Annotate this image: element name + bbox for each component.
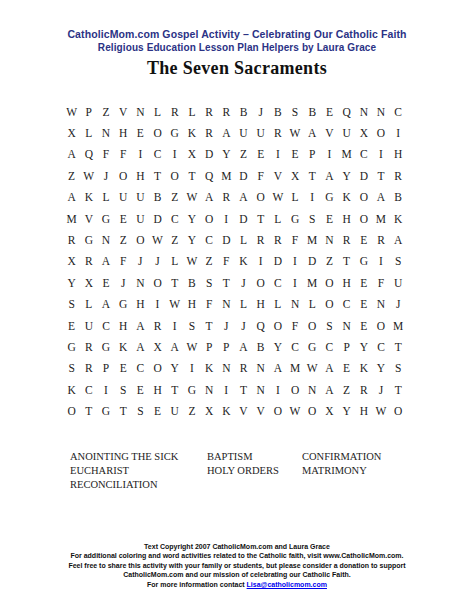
grid-cell-r7c8: Y (183, 229, 200, 250)
grid-cell-r6c5: U (132, 208, 149, 229)
grid-cell-r14c16: A (321, 379, 338, 400)
grid-cell-r11c6: R (149, 315, 166, 336)
grid-cell-r14c1: K (63, 379, 80, 400)
grid-cell-r7c20: A (390, 229, 407, 250)
grid-cell-r12c13: Y (269, 336, 286, 357)
grid-cell-r13c3: P (97, 358, 114, 379)
grid-cell-r15c4: T (115, 400, 132, 421)
grid-cell-r6c14: G (286, 208, 303, 229)
grid-cell-r4c4: O (115, 165, 132, 186)
footer-contact-text: For more information contact (147, 581, 247, 588)
grid-cell-r3c5: I (132, 144, 149, 165)
grid-cell-r7c6: W (149, 229, 166, 250)
grid-cell-r8c15: D (304, 251, 321, 272)
grid-cell-r13c6: O (149, 358, 166, 379)
grid-cell-r4c15: T (304, 165, 321, 186)
grid-cell-r11c12: Q (252, 315, 269, 336)
grid-cell-r1c9: R (201, 101, 218, 122)
footer-line-4: CatholicMom.com and our mission of celeb… (0, 570, 474, 579)
grid-cell-r13c1: S (63, 358, 80, 379)
word-list-column-1: ANOINTING THE SICKEUCHARISTRECONCILIATIO… (70, 450, 178, 493)
grid-cell-r9c9: S (201, 272, 218, 293)
grid-cell-r8c11: K (235, 251, 252, 272)
grid-cell-r5c8: W (183, 187, 200, 208)
grid-cell-r5c4: U (115, 187, 132, 208)
grid-cell-r6c18: O (355, 208, 372, 229)
grid-cell-r1c14: S (286, 101, 303, 122)
grid-cell-r15c18: H (355, 400, 372, 421)
grid-cell-r12c16: C (321, 336, 338, 357)
grid-cell-r10c18: E (355, 294, 372, 315)
grid-cell-r4c18: D (355, 165, 372, 186)
footer-line-2: For additional coloring and word activit… (0, 551, 474, 560)
grid-cell-r3c12: E (252, 144, 269, 165)
grid-cell-r13c7: Y (166, 358, 183, 379)
grid-cell-r15c20: O (390, 400, 407, 421)
grid-cell-r1c16: E (321, 101, 338, 122)
grid-cell-r4c7: O (166, 165, 183, 186)
grid-cell-r1c3: Z (97, 101, 114, 122)
grid-cell-r15c3: G (97, 400, 114, 421)
grid-cell-r11c17: N (338, 315, 355, 336)
grid-cell-r14c18: R (355, 379, 372, 400)
grid-cell-r4c13: V (269, 165, 286, 186)
grid-cell-r15c5: S (132, 400, 149, 421)
grid-cell-r12c6: X (149, 336, 166, 357)
grid-cell-r1c2: P (80, 101, 97, 122)
word-list-column-2: BAPTISMHOLY ORDERS (207, 450, 279, 478)
grid-cell-r6c15: S (304, 208, 321, 229)
grid-cell-r1c8: L (183, 101, 200, 122)
grid-cell-r11c8: S (183, 315, 200, 336)
grid-cell-r14c7: T (166, 379, 183, 400)
grid-cell-r8c20: S (390, 251, 407, 272)
grid-cell-r13c17: E (338, 358, 355, 379)
grid-cell-r12c7: A (166, 336, 183, 357)
grid-cell-r2c2: L (80, 122, 97, 143)
grid-cell-r2c19: O (372, 122, 389, 143)
word-list-item: MATRIMONY (302, 464, 381, 478)
grid-cell-r13c19: Y (372, 358, 389, 379)
grid-cell-r11c20: M (390, 315, 407, 336)
grid-cell-r10c8: H (183, 294, 200, 315)
grid-cell-r1c11: B (235, 101, 252, 122)
grid-cell-r6c20: K (390, 208, 407, 229)
grid-cell-r7c9: C (201, 229, 218, 250)
grid-cell-r4c2: W (80, 165, 97, 186)
grid-cell-r1c10: R (218, 101, 235, 122)
grid-cell-r6c6: D (149, 208, 166, 229)
grid-cell-r6c10: I (218, 208, 235, 229)
grid-cell-r10c4: G (115, 294, 132, 315)
grid-cell-r3c6: C (149, 144, 166, 165)
grid-cell-r15c15: O (304, 400, 321, 421)
grid-cell-r9c1: Y (63, 272, 80, 293)
header-line-2: Religious Education Lesson Plan Helpers … (0, 41, 474, 54)
grid-cell-r15c16: X (321, 400, 338, 421)
grid-cell-r3c14: E (286, 144, 303, 165)
grid-cell-r9c7: T (166, 272, 183, 293)
grid-cell-r3c18: C (355, 144, 372, 165)
grid-cell-r9c5: N (132, 272, 149, 293)
grid-cell-r13c2: R (80, 358, 97, 379)
grid-cell-r9c8: B (183, 272, 200, 293)
grid-cell-r14c5: E (132, 379, 149, 400)
grid-cell-r7c2: G (80, 229, 97, 250)
wordsearch-grid: WPZVNLRLRRBJBSBEQNNCXLNHEOGKRAUURWAVUXOI… (63, 101, 407, 422)
grid-cell-r15c7: U (166, 400, 183, 421)
grid-cell-r14c3: I (97, 379, 114, 400)
grid-cell-r15c8: Z (183, 400, 200, 421)
grid-cell-r11c11: J (235, 315, 252, 336)
grid-cell-r8c16: Z (321, 251, 338, 272)
grid-cell-r14c14: O (286, 379, 303, 400)
grid-cell-r15c12: V (252, 400, 269, 421)
grid-cell-r12c5: A (132, 336, 149, 357)
grid-cell-r5c20: B (390, 187, 407, 208)
grid-cell-r15c9: X (201, 400, 218, 421)
grid-cell-r12c11: A (235, 336, 252, 357)
grid-cell-r9c16: O (321, 272, 338, 293)
grid-cell-r12c9: P (201, 336, 218, 357)
grid-cell-r5c14: L (286, 187, 303, 208)
grid-cell-r14c17: Z (338, 379, 355, 400)
word-list-item: HOLY ORDERS (207, 464, 279, 478)
grid-cell-r12c12: B (252, 336, 269, 357)
grid-cell-r4c12: F (252, 165, 269, 186)
grid-cell-r2c7: G (166, 122, 183, 143)
grid-cell-r1c4: V (115, 101, 132, 122)
grid-cell-r10c3: A (97, 294, 114, 315)
grid-cell-r5c2: K (80, 187, 97, 208)
grid-cell-r11c4: H (115, 315, 132, 336)
grid-cell-r14c15: N (304, 379, 321, 400)
grid-cell-r4c16: A (321, 165, 338, 186)
grid-cell-r8c2: R (80, 251, 97, 272)
grid-cell-r5c13: W (269, 187, 286, 208)
grid-cell-r1c18: N (355, 101, 372, 122)
grid-cell-r14c19: J (372, 379, 389, 400)
grid-cell-r12c19: C (372, 336, 389, 357)
grid-cell-r6c17: H (338, 208, 355, 229)
grid-cell-r13c13: A (269, 358, 286, 379)
grid-cell-r2c6: O (149, 122, 166, 143)
grid-cell-r13c20: S (390, 358, 407, 379)
grid-cell-r3c11: Z (235, 144, 252, 165)
grid-cell-r12c2: R (80, 336, 97, 357)
grid-cell-r4c6: T (149, 165, 166, 186)
grid-cell-r11c3: C (97, 315, 114, 336)
grid-cell-r2c8: K (183, 122, 200, 143)
grid-cell-r7c5: O (132, 229, 149, 250)
page-header: CatholicMom.com Gospel Activity – Celebr… (0, 28, 474, 54)
page-footer: Text Copyright 2007 CatholicMom.com and … (0, 542, 474, 589)
grid-cell-r3c8: X (183, 144, 200, 165)
grid-cell-r5c5: U (132, 187, 149, 208)
grid-cell-r6c11: D (235, 208, 252, 229)
grid-cell-r13c15: W (304, 358, 321, 379)
grid-cell-r13c18: K (355, 358, 372, 379)
grid-cell-r9c3: E (97, 272, 114, 293)
grid-cell-r6c19: M (372, 208, 389, 229)
grid-cell-r5c9: A (201, 187, 218, 208)
grid-cell-r6c13: L (269, 208, 286, 229)
grid-cell-r3c9: D (201, 144, 218, 165)
word-list-item: CONFIRMATION (302, 450, 381, 464)
grid-cell-r8c18: G (355, 251, 372, 272)
grid-cell-r6c8: Y (183, 208, 200, 229)
grid-cell-r8c3: A (97, 251, 114, 272)
grid-cell-r6c9: O (201, 208, 218, 229)
grid-cell-r12c18: Y (355, 336, 372, 357)
grid-cell-r15c17: Y (338, 400, 355, 421)
grid-cell-r11c9: T (201, 315, 218, 336)
grid-cell-r1c13: B (269, 101, 286, 122)
grid-cell-r11c18: E (355, 315, 372, 336)
grid-cell-r2c13: R (269, 122, 286, 143)
grid-cell-r7c3: N (97, 229, 114, 250)
grid-cell-r5c7: Z (166, 187, 183, 208)
grid-cell-r1c20: C (390, 101, 407, 122)
grid-cell-r2c1: X (63, 122, 80, 143)
grid-cell-r6c2: V (80, 208, 97, 229)
grid-cell-r8c8: W (183, 251, 200, 272)
word-list-item: RECONCILIATION (70, 478, 178, 492)
grid-cell-r5c18: O (355, 187, 372, 208)
grid-cell-r3c19: I (372, 144, 389, 165)
grid-cell-r2c10: A (218, 122, 235, 143)
grid-cell-r14c13: I (269, 379, 286, 400)
grid-cell-r12c10: P (218, 336, 235, 357)
grid-cell-r14c8: G (183, 379, 200, 400)
grid-cell-r11c1: E (63, 315, 80, 336)
grid-cell-r10c17: C (338, 294, 355, 315)
grid-cell-r7c11: L (235, 229, 252, 250)
grid-cell-r4c14: X (286, 165, 303, 186)
grid-cell-r4c11: D (235, 165, 252, 186)
grid-cell-r13c9: K (201, 358, 218, 379)
grid-cell-r6c3: G (97, 208, 114, 229)
footer-line-3: Feel free to share this activity with yo… (0, 561, 474, 570)
grid-cell-r13c5: C (132, 358, 149, 379)
grid-cell-r2c16: V (321, 122, 338, 143)
grid-cell-r13c4: E (115, 358, 132, 379)
grid-cell-r9c14: I (286, 272, 303, 293)
grid-cell-r12c8: W (183, 336, 200, 357)
grid-cell-r13c11: R (235, 358, 252, 379)
grid-cell-r2c11: U (235, 122, 252, 143)
grid-cell-r8c10: F (218, 251, 235, 272)
grid-cell-r8c17: T (338, 251, 355, 272)
grid-cell-r9c18: E (355, 272, 372, 293)
grid-cell-r2c20: I (390, 122, 407, 143)
grid-cell-r3c2: Q (80, 144, 97, 165)
grid-cell-r7c14: F (286, 229, 303, 250)
grid-cell-r3c16: I (321, 144, 338, 165)
grid-cell-r4c8: T (183, 165, 200, 186)
grid-cell-r5c6: B (149, 187, 166, 208)
grid-cell-r11c7: I (166, 315, 183, 336)
grid-cell-r6c12: T (252, 208, 269, 229)
grid-cell-r14c6: H (149, 379, 166, 400)
grid-cell-r3c3: F (97, 144, 114, 165)
footer-line-1: Text Copyright 2007 CatholicMom.com and … (0, 542, 474, 551)
grid-cell-r5c11: A (235, 187, 252, 208)
grid-cell-r13c12: N (252, 358, 269, 379)
grid-cell-r1c15: B (304, 101, 321, 122)
grid-cell-r10c19: N (372, 294, 389, 315)
grid-cell-r14c2: C (80, 379, 97, 400)
word-list-item: EUCHARIST (70, 464, 178, 478)
grid-cell-r12c20: T (390, 336, 407, 357)
grid-cell-r6c1: M (63, 208, 80, 229)
grid-cell-r10c16: O (321, 294, 338, 315)
grid-cell-r10c12: H (252, 294, 269, 315)
grid-cell-r10c15: L (304, 294, 321, 315)
grid-cell-r14c12: N (252, 379, 269, 400)
grid-cell-r3c15: P (304, 144, 321, 165)
grid-cell-r11c19: O (372, 315, 389, 336)
grid-cell-r5c1: A (63, 187, 80, 208)
grid-cell-r15c10: K (218, 400, 235, 421)
grid-cell-r14c9: N (201, 379, 218, 400)
grid-cell-r9c4: J (115, 272, 132, 293)
grid-cell-r12c3: G (97, 336, 114, 357)
grid-cell-r7c12: R (252, 229, 269, 250)
grid-cell-r4c17: Y (338, 165, 355, 186)
grid-cell-r10c2: L (80, 294, 97, 315)
grid-cell-r12c15: G (304, 336, 321, 357)
grid-cell-r1c5: N (132, 101, 149, 122)
grid-cell-r13c8: I (183, 358, 200, 379)
grid-cell-r6c7: C (166, 208, 183, 229)
grid-cell-r5c16: G (321, 187, 338, 208)
grid-cell-r9c6: O (149, 272, 166, 293)
grid-cell-r9c19: F (372, 272, 389, 293)
grid-cell-r14c10: I (218, 379, 235, 400)
grid-cell-r4c1: Z (63, 165, 80, 186)
grid-cell-r8c7: L (166, 251, 183, 272)
grid-cell-r10c6: I (149, 294, 166, 315)
grid-cell-r7c15: M (304, 229, 321, 250)
word-list-item: ANOINTING THE SICK (70, 450, 178, 464)
grid-cell-r2c5: E (132, 122, 149, 143)
grid-cell-r11c2: U (80, 315, 97, 336)
grid-cell-r12c1: G (63, 336, 80, 357)
grid-cell-r5c15: I (304, 187, 321, 208)
grid-cell-r4c3: J (97, 165, 114, 186)
grid-cell-r8c5: J (132, 251, 149, 272)
grid-cell-r10c11: L (235, 294, 252, 315)
grid-cell-r1c1: W (63, 101, 80, 122)
grid-cell-r9c12: O (252, 272, 269, 293)
grid-cell-r5c19: A (372, 187, 389, 208)
grid-cell-r9c15: M (304, 272, 321, 293)
grid-cell-r9c17: H (338, 272, 355, 293)
grid-cell-r3c7: I (166, 144, 183, 165)
grid-cell-r12c14: C (286, 336, 303, 357)
grid-cell-r7c10: D (218, 229, 235, 250)
grid-cell-r4c5: H (132, 165, 149, 186)
grid-cell-r10c5: H (132, 294, 149, 315)
grid-cell-r11c14: F (286, 315, 303, 336)
grid-cell-r11c10: J (218, 315, 235, 336)
grid-cell-r10c20: J (390, 294, 407, 315)
grid-cell-r13c14: M (286, 358, 303, 379)
grid-cell-r15c6: E (149, 400, 166, 421)
grid-cell-r3c13: I (269, 144, 286, 165)
grid-cell-r2c9: R (201, 122, 218, 143)
grid-cell-r13c10: N (218, 358, 235, 379)
grid-cell-r4c10: M (218, 165, 235, 186)
grid-cell-r4c9: Q (201, 165, 218, 186)
grid-cell-r2c18: X (355, 122, 372, 143)
grid-cell-r14c11: T (235, 379, 252, 400)
grid-cell-r9c2: X (80, 272, 97, 293)
grid-cell-r5c12: O (252, 187, 269, 208)
grid-cell-r7c4: Z (115, 229, 132, 250)
grid-cell-r1c19: N (372, 101, 389, 122)
grid-cell-r15c14: W (286, 400, 303, 421)
grid-cell-r2c15: A (304, 122, 321, 143)
page-title: The Seven Sacraments (0, 58, 474, 79)
word-list-item: BAPTISM (207, 450, 279, 464)
grid-cell-r7c13: R (269, 229, 286, 250)
grid-cell-r2c3: N (97, 122, 114, 143)
grid-cell-r2c17: U (338, 122, 355, 143)
grid-cell-r2c14: W (286, 122, 303, 143)
grid-cell-r15c2: T (80, 400, 97, 421)
grid-cell-r10c1: S (63, 294, 80, 315)
grid-cell-r8c4: F (115, 251, 132, 272)
grid-cell-r10c10: N (218, 294, 235, 315)
grid-cell-r9c20: U (390, 272, 407, 293)
grid-cell-r10c13: L (269, 294, 286, 315)
grid-cell-r1c6: L (149, 101, 166, 122)
grid-cell-r9c11: J (235, 272, 252, 293)
grid-cell-r14c4: S (115, 379, 132, 400)
grid-cell-r3c1: A (63, 144, 80, 165)
header-line-1: CatholicMom.com Gospel Activity – Celebr… (0, 28, 474, 41)
grid-cell-r13c16: A (321, 358, 338, 379)
grid-cell-r10c7: W (166, 294, 183, 315)
grid-cell-r9c13: C (269, 272, 286, 293)
word-list-column-3: CONFIRMATIONMATRIMONY (302, 450, 381, 478)
grid-cell-r8c14: I (286, 251, 303, 272)
grid-cell-r11c13: O (269, 315, 286, 336)
grid-cell-r2c4: H (115, 122, 132, 143)
grid-cell-r14c20: T (390, 379, 407, 400)
grid-cell-r3c10: Y (218, 144, 235, 165)
grid-cell-r7c17: R (338, 229, 355, 250)
grid-cell-r7c7: Z (166, 229, 183, 250)
footer-line-5: For more information contact Lisa@cathol… (0, 580, 474, 589)
grid-cell-r10c9: F (201, 294, 218, 315)
grid-cell-r8c13: D (269, 251, 286, 272)
grid-cell-r8c1: X (63, 251, 80, 272)
grid-cell-r1c12: J (252, 101, 269, 122)
grid-cell-r3c17: M (338, 144, 355, 165)
grid-cell-r11c5: A (132, 315, 149, 336)
grid-cell-r8c19: I (372, 251, 389, 272)
grid-cell-r8c6: J (149, 251, 166, 272)
grid-cell-r15c19: W (372, 400, 389, 421)
email-link[interactable]: Lisa@catholicmom.com (247, 581, 327, 588)
grid-cell-r15c1: O (63, 400, 80, 421)
grid-cell-r7c19: R (372, 229, 389, 250)
grid-cell-r7c1: R (63, 229, 80, 250)
grid-cell-r7c16: N (321, 229, 338, 250)
